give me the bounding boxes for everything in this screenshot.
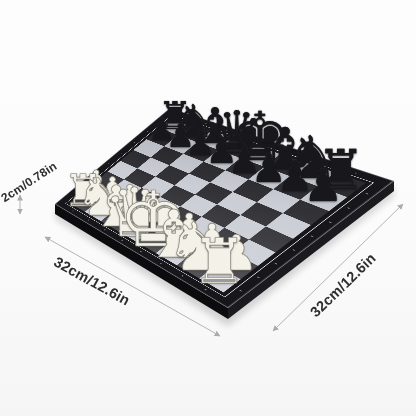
product-photo-chess-set: ♜♞♝♛♚♝♞♜♟♟♟♟♟♟♟♟♟♟♟♟♟♟♟♟♜♞♝♛♚♝♞♜ 2cm/0.7… bbox=[0, 0, 416, 416]
